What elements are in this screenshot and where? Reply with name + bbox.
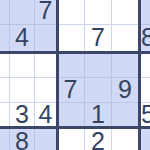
cell-r1-c1[interactable]: 4 bbox=[10, 25, 35, 53]
cell-r5-c4[interactable]: 2 bbox=[85, 127, 112, 150]
cell-digit: 7 bbox=[64, 75, 78, 104]
cell-r4-c3[interactable] bbox=[57, 103, 85, 128]
cell-r4-c6[interactable]: 5 bbox=[139, 103, 150, 128]
cell-digit: 5 bbox=[141, 100, 150, 129]
cell-digit: 1 bbox=[91, 100, 105, 129]
box-divider-horizontal-bottom bbox=[0, 126, 150, 129]
cell-r0-c3[interactable] bbox=[57, 0, 85, 25]
cell-r3-c0[interactable] bbox=[0, 78, 10, 103]
cell-r4-c5[interactable] bbox=[112, 103, 139, 128]
cell-r3-c2[interactable] bbox=[35, 78, 57, 103]
cell-r4-c2[interactable]: 4 bbox=[35, 103, 57, 128]
cell-digit: 4 bbox=[15, 23, 29, 52]
cell-r2-c2[interactable] bbox=[35, 52, 57, 78]
cell-r0-c1[interactable] bbox=[10, 0, 35, 25]
cell-r3-c3[interactable]: 7 bbox=[57, 78, 85, 103]
cell-r2-c0[interactable] bbox=[0, 52, 10, 78]
box-divider-horizontal-top bbox=[0, 51, 150, 54]
cell-r3-c5[interactable]: 9 bbox=[112, 78, 139, 103]
cell-r1-c0[interactable] bbox=[0, 25, 10, 53]
cell-digit: 8 bbox=[15, 127, 29, 150]
cell-digit: 9 bbox=[118, 75, 132, 104]
cell-r3-c1[interactable] bbox=[10, 78, 35, 103]
cell-r5-c2[interactable] bbox=[35, 127, 57, 150]
cell-r4-c0[interactable] bbox=[0, 103, 10, 128]
cell-r1-c5[interactable] bbox=[112, 25, 139, 53]
cell-r0-c0[interactable] bbox=[0, 0, 10, 25]
cell-digit: 7 bbox=[91, 23, 105, 52]
cell-r2-c1[interactable] bbox=[10, 52, 35, 78]
cell-r1-c2[interactable] bbox=[35, 25, 57, 53]
sudoku-board-viewport: 747879341582 bbox=[0, 0, 150, 150]
cell-r1-c4[interactable]: 7 bbox=[85, 25, 112, 53]
cell-r4-c1[interactable]: 3 bbox=[10, 103, 35, 128]
cell-r0-c6[interactable] bbox=[139, 0, 150, 25]
cell-r1-c6[interactable]: 8 bbox=[139, 25, 150, 53]
cell-digit: 4 bbox=[39, 100, 53, 129]
cell-r0-c4[interactable] bbox=[85, 0, 112, 25]
cell-r2-c6[interactable] bbox=[139, 52, 150, 78]
cell-r5-c0[interactable] bbox=[0, 127, 10, 150]
cell-digit: 7 bbox=[39, 0, 53, 25]
cell-r3-c6[interactable] bbox=[139, 78, 150, 103]
cell-digit: 2 bbox=[91, 127, 105, 150]
cell-r0-c2[interactable]: 7 bbox=[35, 0, 57, 25]
cell-r1-c3[interactable] bbox=[57, 25, 85, 53]
cell-r3-c4[interactable] bbox=[85, 78, 112, 103]
cell-r2-c3[interactable] bbox=[57, 52, 85, 78]
cell-r5-c6[interactable] bbox=[139, 127, 150, 150]
cell-r0-c5[interactable] bbox=[112, 0, 139, 25]
cell-r2-c5[interactable] bbox=[112, 52, 139, 78]
cell-r2-c4[interactable] bbox=[85, 52, 112, 78]
cell-r5-c1[interactable]: 8 bbox=[10, 127, 35, 150]
cell-r5-c3[interactable] bbox=[57, 127, 85, 150]
cell-digit: 8 bbox=[141, 23, 150, 52]
cell-r5-c5[interactable] bbox=[112, 127, 139, 150]
cell-digit: 3 bbox=[15, 100, 29, 129]
cell-r4-c4[interactable]: 1 bbox=[85, 103, 112, 128]
